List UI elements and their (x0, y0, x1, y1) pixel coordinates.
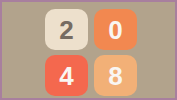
tile-8: 8 (94, 55, 137, 96)
tile-2: 2 (45, 9, 88, 50)
board-grid[interactable]: 2 0 4 8 (45, 9, 137, 96)
tile-4: 4 (45, 55, 88, 96)
tile-0: 0 (94, 9, 137, 50)
game-canvas: 2 0 4 8 (0, 0, 177, 100)
